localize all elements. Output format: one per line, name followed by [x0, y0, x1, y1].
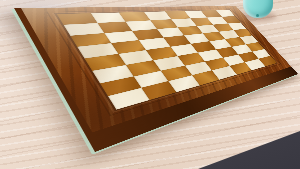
photo-scene	[0, 0, 300, 169]
